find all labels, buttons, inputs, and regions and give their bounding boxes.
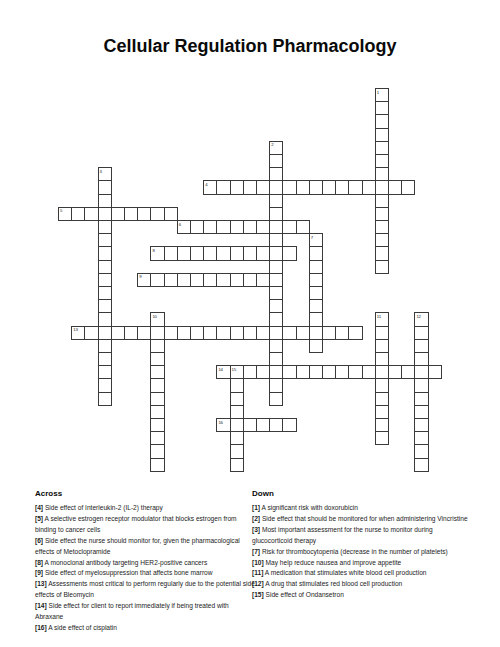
grid-cell[interactable] (414, 312, 428, 326)
grid-cell[interactable] (124, 326, 138, 340)
down-clue-15: [15] Side effect of Ondansetron (252, 590, 473, 601)
down-clue-2: [2] Side effect that should be monitored… (252, 514, 473, 525)
grid-cell[interactable] (375, 418, 389, 432)
across-clue-14: [14] Side effect for client to report im… (35, 601, 256, 623)
grid-cell[interactable] (150, 405, 164, 419)
grid-cell[interactable] (150, 352, 164, 366)
across-clue-number-14: [14] (35, 602, 47, 609)
grid-cell[interactable] (98, 273, 112, 287)
grid-cell[interactable] (164, 273, 178, 287)
grid-cell[interactable] (230, 326, 244, 340)
grid-cell[interactable] (414, 444, 428, 458)
grid-cell[interactable] (137, 326, 151, 340)
grid-cell[interactable] (296, 365, 310, 379)
grid-cell[interactable] (414, 405, 428, 419)
grid-cell[interactable] (428, 365, 442, 379)
grid-cell[interactable] (243, 418, 257, 432)
grid-cell[interactable] (348, 326, 362, 340)
grid-cell[interactable] (243, 246, 257, 260)
grid-cell[interactable] (375, 392, 389, 406)
down-clue-3: [3] Most important assessment for the nu… (252, 525, 473, 547)
grid-cell[interactable] (309, 273, 323, 287)
grid-cell[interactable] (282, 326, 296, 340)
grid-cell[interactable] (177, 273, 191, 287)
grid-cell[interactable] (269, 246, 283, 260)
grid-cell[interactable] (230, 444, 244, 458)
grid-cell[interactable] (98, 167, 112, 181)
grid-cell[interactable] (375, 365, 389, 379)
across-clue-number-4: [4] (35, 504, 43, 511)
grid-cell[interactable] (362, 365, 376, 379)
grid-cell[interactable] (243, 180, 257, 194)
grid-cell[interactable] (98, 378, 112, 392)
grid-cell[interactable] (98, 299, 112, 313)
grid-cell[interactable] (98, 180, 112, 194)
down-clue-number-3: [3] (252, 526, 260, 533)
grid-cell[interactable] (375, 101, 389, 115)
grid-cell[interactable] (164, 326, 178, 340)
grid-cell[interactable] (269, 418, 283, 432)
grid-cell[interactable] (216, 273, 230, 287)
grid-cell[interactable] (98, 365, 112, 379)
grid-cell[interactable] (256, 273, 270, 287)
grid-cell[interactable] (282, 365, 296, 379)
grid-cell[interactable] (98, 194, 112, 208)
grid-cell[interactable] (256, 326, 270, 340)
across-clue-number-16: [16] (35, 624, 47, 631)
across-header: Across (35, 489, 256, 499)
grid-cell[interactable] (71, 207, 85, 221)
grid-cell[interactable] (150, 378, 164, 392)
down-clue-number-12: [12] (252, 580, 264, 587)
grid-cell[interactable] (269, 273, 283, 287)
across-clue-13: [13] Assessments most critical to perfor… (35, 579, 256, 601)
grid-cell[interactable] (98, 246, 112, 260)
grid-cell[interactable] (230, 418, 244, 432)
grid-cell[interactable] (282, 180, 296, 194)
grid-cell[interactable] (269, 167, 283, 181)
grid-cell[interactable] (375, 246, 389, 260)
grid-cell[interactable] (375, 220, 389, 234)
grid-cell[interactable] (230, 431, 244, 445)
grid-cell[interactable] (269, 339, 283, 353)
grid-cell[interactable] (216, 326, 230, 340)
grid-cell[interactable] (150, 418, 164, 432)
grid-cell[interactable] (150, 246, 164, 260)
grid-cell[interactable] (137, 207, 151, 221)
grid-cell[interactable] (164, 246, 178, 260)
across-clue-16: [16] A side effect of cisplatin (35, 623, 256, 634)
grid-cell[interactable] (150, 444, 164, 458)
page-title: Cellular Regulation Pharmacology (0, 36, 500, 57)
grid-cell[interactable] (150, 326, 164, 340)
down-clue-1: [1] A significant risk with doxorubicin (252, 503, 473, 514)
grid-cell[interactable] (269, 365, 283, 379)
across-clue-9: [9] Side effect of myelosuppression that… (35, 568, 256, 579)
grid-cell[interactable] (309, 286, 323, 300)
grid-cell[interactable] (375, 233, 389, 247)
grid-cell[interactable] (230, 392, 244, 406)
across-clue-6: [6] Side effect the nurse should monitor… (35, 536, 256, 558)
grid-cell[interactable] (98, 392, 112, 406)
grid-cell[interactable] (375, 180, 389, 194)
grid-cell[interactable] (190, 220, 204, 234)
grid-cell[interactable] (164, 207, 178, 221)
grid-cell[interactable] (230, 220, 244, 234)
grid-cell[interactable] (375, 431, 389, 445)
grid-cell[interactable] (230, 365, 244, 379)
grid-cell[interactable] (150, 207, 164, 221)
grid-cell[interactable] (309, 365, 323, 379)
down-clue-10: [10] May help reduce nausea and improve … (252, 558, 473, 569)
grid-cell[interactable] (375, 352, 389, 366)
down-clue-number-11: [11] (252, 569, 263, 576)
down-clue-number-7: [7] (252, 548, 260, 555)
across-clue-number-9: [9] (35, 569, 43, 576)
grid-cell[interactable] (243, 326, 257, 340)
grid-cell[interactable] (269, 141, 283, 155)
grid-cell[interactable] (203, 326, 217, 340)
across-clue-number-5: [5] (35, 515, 43, 522)
grid-cell[interactable] (98, 233, 112, 247)
grid-cell[interactable] (269, 326, 283, 340)
grid-cell[interactable] (150, 273, 164, 287)
grid-cell[interactable] (414, 378, 428, 392)
grid-cell[interactable] (401, 180, 415, 194)
grid-cell[interactable] (58, 207, 72, 221)
grid-cell[interactable] (256, 365, 270, 379)
grid-cell[interactable] (388, 365, 402, 379)
grid-cell[interactable] (414, 431, 428, 445)
across-clue-list: [4] Side effect of Interleukin-2 (IL-2) … (35, 503, 256, 634)
grid-cell[interactable] (269, 154, 283, 168)
grid-cell[interactable] (230, 458, 244, 472)
grid-cell[interactable] (309, 326, 323, 340)
grid-cell[interactable] (177, 246, 191, 260)
across-clue-number-13: [13] (35, 580, 47, 587)
grid-cell[interactable] (124, 207, 138, 221)
grid-cell[interactable] (269, 299, 283, 313)
down-clue-12: [12] A drug that stimulates red blood ce… (252, 579, 473, 590)
grid-cell[interactable] (243, 220, 257, 234)
grid-cell[interactable] (150, 339, 164, 353)
grid-cell[interactable] (269, 312, 283, 326)
grid-cell[interactable] (190, 246, 204, 260)
grid-cell[interactable] (414, 458, 428, 472)
grid-cell[interactable] (309, 339, 323, 353)
grid-cell[interactable] (309, 233, 323, 247)
grid-cell[interactable] (230, 378, 244, 392)
grid-cell[interactable] (309, 299, 323, 313)
grid-cell[interactable] (348, 180, 362, 194)
down-clue-column: Down [1] A significant risk with doxorub… (252, 489, 473, 601)
down-clue-11: [11] A medication that stimulates white … (252, 568, 473, 579)
grid-cell[interactable] (414, 365, 428, 379)
grid-cell[interactable] (269, 352, 283, 366)
grid-cell[interactable] (375, 88, 389, 102)
grid-cell[interactable] (414, 352, 428, 366)
grid-cell[interactable] (269, 286, 283, 300)
grid-cell[interactable] (269, 220, 283, 234)
grid-cell[interactable] (322, 326, 336, 340)
across-clue-number-6: [6] (35, 537, 43, 544)
grid-cell[interactable] (335, 180, 349, 194)
grid-cell[interactable] (375, 378, 389, 392)
down-header: Down (252, 489, 473, 499)
grid-cell[interactable] (98, 220, 112, 234)
grid-cell[interactable] (203, 180, 217, 194)
across-clue-column: Across [4] Side effect of Interleukin-2 … (35, 489, 256, 634)
down-clue-list: [1] A significant risk with doxorubicin[… (252, 503, 473, 601)
grid-cell[interactable] (150, 365, 164, 379)
grid-cell[interactable] (256, 180, 270, 194)
down-clue-number-10: [10] (252, 559, 264, 566)
grid-cell[interactable] (256, 418, 270, 432)
grid-cell[interactable] (256, 220, 270, 234)
grid-cell[interactable] (375, 326, 389, 340)
grid-cell[interactable] (230, 405, 244, 419)
grid-cell[interactable] (216, 365, 230, 379)
grid-cell[interactable] (111, 207, 125, 221)
grid-cell[interactable] (269, 194, 283, 208)
grid-cell[interactable] (203, 246, 217, 260)
grid-cell[interactable] (348, 365, 362, 379)
grid-cell[interactable] (98, 326, 112, 340)
grid-cell[interactable] (98, 312, 112, 326)
grid-cell[interactable] (84, 326, 98, 340)
down-clue-number-1: [1] (252, 504, 260, 511)
grid-cell[interactable] (375, 194, 389, 208)
grid-cell[interactable] (230, 180, 244, 194)
grid-cell[interactable] (375, 207, 389, 221)
grid-cell[interactable] (375, 260, 389, 274)
grid-cell[interactable] (414, 392, 428, 406)
grid-cell[interactable] (111, 326, 125, 340)
grid-cell[interactable] (309, 246, 323, 260)
grid-cell[interactable] (269, 260, 283, 274)
grid-cell[interactable] (98, 207, 112, 221)
grid-cell[interactable] (375, 312, 389, 326)
grid-cell[interactable] (269, 378, 283, 392)
grid-cell[interactable] (177, 220, 191, 234)
grid-cell[interactable] (177, 326, 191, 340)
grid-cell[interactable] (296, 220, 310, 234)
grid-cell[interactable] (388, 180, 402, 194)
grid-cell[interactable] (243, 273, 257, 287)
grid-cell[interactable] (203, 220, 217, 234)
grid-cell[interactable] (98, 286, 112, 300)
grid-cell[interactable] (71, 326, 85, 340)
grid-cell[interactable] (269, 180, 283, 194)
down-clue-7: [7] Risk for thrombocytopenia (decrease … (252, 547, 473, 558)
crossword-grid: 12345678910111213141516 (58, 88, 442, 472)
across-clue-number-8: [8] (35, 559, 43, 566)
across-clue-4: [4] Side effect of Interleukin-2 (IL-2) … (35, 503, 256, 514)
grid-cell[interactable] (216, 220, 230, 234)
grid-cell[interactable] (375, 405, 389, 419)
grid-cell[interactable] (269, 207, 283, 221)
grid-cell[interactable] (375, 128, 389, 142)
across-clue-5: [5] A selective estrogen receptor modula… (35, 514, 256, 536)
grid-cell[interactable] (282, 220, 296, 234)
grid-cell[interactable] (375, 114, 389, 128)
grid-cell[interactable] (98, 260, 112, 274)
grid-cell[interactable] (98, 339, 112, 353)
grid-cell[interactable] (269, 392, 283, 406)
grid-cell[interactable] (309, 312, 323, 326)
grid-cell[interactable] (243, 365, 257, 379)
grid-cell[interactable] (322, 365, 336, 379)
grid-cell[interactable] (296, 326, 310, 340)
grid-cell[interactable] (190, 326, 204, 340)
grid-cell[interactable] (269, 233, 283, 247)
grid-cell[interactable] (230, 246, 244, 260)
grid-cell[interactable] (98, 352, 112, 366)
down-clue-number-2: [2] (252, 515, 260, 522)
grid-cell[interactable] (414, 326, 428, 340)
grid-cell[interactable] (335, 326, 349, 340)
grid-cell[interactable] (150, 392, 164, 406)
grid-cell[interactable] (375, 167, 389, 181)
grid-cell[interactable] (150, 458, 164, 472)
grid-cell[interactable] (216, 418, 230, 432)
grid-cell[interactable] (190, 273, 204, 287)
grid-cell[interactable] (414, 418, 428, 432)
grid-cell[interactable] (150, 431, 164, 445)
down-clue-number-15: [15] (252, 591, 264, 598)
grid-cell[interactable] (203, 273, 217, 287)
grid-cell[interactable] (216, 246, 230, 260)
grid-cell[interactable] (282, 418, 296, 432)
grid-cell[interactable] (401, 365, 415, 379)
grid-cell[interactable] (84, 207, 98, 221)
grid-cell[interactable] (282, 246, 296, 260)
grid-cell[interactable] (414, 339, 428, 353)
grid-cell[interactable] (296, 180, 310, 194)
grid-cell[interactable] (216, 180, 230, 194)
grid-cell[interactable] (362, 180, 376, 194)
grid-cell[interactable] (375, 339, 389, 353)
grid-cell[interactable] (137, 273, 151, 287)
grid-cell[interactable] (375, 141, 389, 155)
grid-cell[interactable] (230, 273, 244, 287)
grid-cell[interactable] (335, 365, 349, 379)
grid-cell[interactable] (322, 180, 336, 194)
across-clue-8: [8] A monoclonal antibody targeting HER2… (35, 558, 256, 569)
grid-cell[interactable] (375, 154, 389, 168)
grid-cell[interactable] (309, 260, 323, 274)
grid-cell[interactable] (256, 246, 270, 260)
grid-cell[interactable] (150, 312, 164, 326)
grid-cell[interactable] (309, 180, 323, 194)
